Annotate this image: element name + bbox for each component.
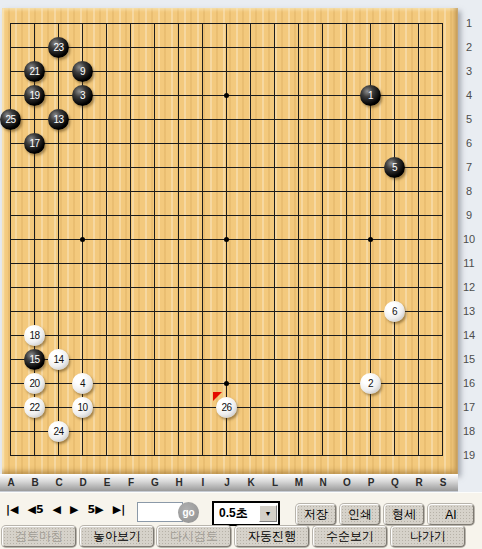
board-intersection-E4[interactable] xyxy=(95,84,119,108)
board-intersection-S7[interactable] xyxy=(431,156,455,180)
board-intersection-N19[interactable] xyxy=(311,444,335,468)
board-intersection-C3[interactable] xyxy=(47,60,71,84)
board-intersection-M12[interactable] xyxy=(287,276,311,300)
board-intersection-S8[interactable] xyxy=(431,180,455,204)
board-intersection-N12[interactable] xyxy=(311,276,335,300)
try-moves-button[interactable]: 놓아보기 xyxy=(80,526,154,547)
nav-forward-1-button[interactable]: ▶ xyxy=(70,504,78,516)
board-intersection-Q14[interactable] xyxy=(383,324,407,348)
board-intersection-L6[interactable] xyxy=(263,132,287,156)
board-intersection-C9[interactable] xyxy=(47,204,71,228)
board-intersection-J1[interactable] xyxy=(215,12,239,36)
board-intersection-Q6[interactable] xyxy=(383,132,407,156)
board-intersection-R7[interactable] xyxy=(407,156,431,180)
board-intersection-J3[interactable] xyxy=(215,60,239,84)
board-intersection-B5[interactable] xyxy=(23,108,47,132)
board-intersection-R6[interactable] xyxy=(407,132,431,156)
board-intersection-J19[interactable] xyxy=(215,444,239,468)
board-intersection-O13[interactable] xyxy=(335,300,359,324)
exit-button[interactable]: 나가기 xyxy=(391,526,465,547)
board-intersection-L14[interactable] xyxy=(263,324,287,348)
board-intersection-A10[interactable] xyxy=(0,228,23,252)
board-intersection-K6[interactable] xyxy=(239,132,263,156)
board-intersection-C1[interactable] xyxy=(47,12,71,36)
board-intersection-M19[interactable] xyxy=(287,444,311,468)
board-intersection-J10[interactable] xyxy=(215,228,239,252)
board-intersection-O17[interactable] xyxy=(335,396,359,420)
board-intersection-J5[interactable] xyxy=(215,108,239,132)
board-intersection-M18[interactable] xyxy=(287,420,311,444)
board-intersection-O8[interactable] xyxy=(335,180,359,204)
board-intersection-B18[interactable] xyxy=(23,420,47,444)
board-intersection-J14[interactable] xyxy=(215,324,239,348)
board-intersection-S12[interactable] xyxy=(431,276,455,300)
board-intersection-Q1[interactable] xyxy=(383,12,407,36)
board-intersection-K15[interactable] xyxy=(239,348,263,372)
board-intersection-I18[interactable] xyxy=(191,420,215,444)
board-intersection-G17[interactable] xyxy=(143,396,167,420)
board-intersection-J6[interactable] xyxy=(215,132,239,156)
board-intersection-E12[interactable] xyxy=(95,276,119,300)
board-intersection-H18[interactable] xyxy=(167,420,191,444)
board-intersection-R12[interactable] xyxy=(407,276,431,300)
board-intersection-O9[interactable] xyxy=(335,204,359,228)
board-intersection-F7[interactable] xyxy=(119,156,143,180)
board-intersection-Q4[interactable] xyxy=(383,84,407,108)
ai-button[interactable]: AI xyxy=(428,504,474,525)
board-intersection-C19[interactable] xyxy=(47,444,71,468)
board-intersection-D7[interactable] xyxy=(71,156,95,180)
board-intersection-G1[interactable] xyxy=(143,12,167,36)
board-intersection-M6[interactable] xyxy=(287,132,311,156)
board-intersection-I7[interactable] xyxy=(191,156,215,180)
board-intersection-R4[interactable] xyxy=(407,84,431,108)
board-intersection-C4[interactable] xyxy=(47,84,71,108)
board-intersection-A16[interactable] xyxy=(0,372,23,396)
board-intersection-J11[interactable] xyxy=(215,252,239,276)
board-intersection-S4[interactable] xyxy=(431,84,455,108)
board-intersection-E5[interactable] xyxy=(95,108,119,132)
board-intersection-C15[interactable]: 14 xyxy=(47,348,71,372)
board-intersection-C12[interactable] xyxy=(47,276,71,300)
board-intersection-K18[interactable] xyxy=(239,420,263,444)
board-intersection-P2[interactable] xyxy=(359,36,383,60)
board-intersection-K11[interactable] xyxy=(239,252,263,276)
board-intersection-M10[interactable] xyxy=(287,228,311,252)
board-intersection-N5[interactable] xyxy=(311,108,335,132)
board-intersection-P9[interactable] xyxy=(359,204,383,228)
board-intersection-P16[interactable]: 2 xyxy=(359,372,383,396)
board-intersection-Q9[interactable] xyxy=(383,204,407,228)
board-intersection-B7[interactable] xyxy=(23,156,47,180)
board-intersection-J13[interactable] xyxy=(215,300,239,324)
board-intersection-J18[interactable] xyxy=(215,420,239,444)
board-intersection-D18[interactable] xyxy=(71,420,95,444)
board-intersection-C2[interactable]: 23 xyxy=(47,36,71,60)
board-intersection-O12[interactable] xyxy=(335,276,359,300)
board-intersection-L8[interactable] xyxy=(263,180,287,204)
board-intersection-H16[interactable] xyxy=(167,372,191,396)
board-intersection-A13[interactable] xyxy=(0,300,23,324)
board-intersection-C18[interactable]: 24 xyxy=(47,420,71,444)
board-intersection-O15[interactable] xyxy=(335,348,359,372)
board-intersection-G8[interactable] xyxy=(143,180,167,204)
board-intersection-E2[interactable] xyxy=(95,36,119,60)
board-intersection-N1[interactable] xyxy=(311,12,335,36)
board-intersection-S11[interactable] xyxy=(431,252,455,276)
board-intersection-I15[interactable] xyxy=(191,348,215,372)
board-intersection-G3[interactable] xyxy=(143,60,167,84)
board-intersection-I4[interactable] xyxy=(191,84,215,108)
board-intersection-B2[interactable] xyxy=(23,36,47,60)
board-intersection-A19[interactable] xyxy=(0,444,23,468)
board-intersection-B12[interactable] xyxy=(23,276,47,300)
board-intersection-Q11[interactable] xyxy=(383,252,407,276)
board-intersection-M14[interactable] xyxy=(287,324,311,348)
move-number-input[interactable] xyxy=(137,502,183,522)
board-intersection-B8[interactable] xyxy=(23,180,47,204)
board-intersection-C14[interactable] xyxy=(47,324,71,348)
board-intersection-M9[interactable] xyxy=(287,204,311,228)
board-intersection-D5[interactable] xyxy=(71,108,95,132)
board-intersection-K10[interactable] xyxy=(239,228,263,252)
board-intersection-I19[interactable] xyxy=(191,444,215,468)
board-intersection-F5[interactable] xyxy=(119,108,143,132)
board-intersection-K7[interactable] xyxy=(239,156,263,180)
board-intersection-K12[interactable] xyxy=(239,276,263,300)
board-intersection-R10[interactable] xyxy=(407,228,431,252)
board-intersection-D17[interactable]: 10 xyxy=(71,396,95,420)
board-intersection-P12[interactable] xyxy=(359,276,383,300)
board-intersection-O18[interactable] xyxy=(335,420,359,444)
board-intersection-C13[interactable] xyxy=(47,300,71,324)
board-intersection-N15[interactable] xyxy=(311,348,335,372)
board-intersection-N11[interactable] xyxy=(311,252,335,276)
board-intersection-H19[interactable] xyxy=(167,444,191,468)
board-intersection-R5[interactable] xyxy=(407,108,431,132)
board-intersection-H6[interactable] xyxy=(167,132,191,156)
board-intersection-C11[interactable] xyxy=(47,252,71,276)
board-intersection-A5[interactable]: 25 xyxy=(0,108,23,132)
board-intersection-H2[interactable] xyxy=(167,36,191,60)
board-intersection-B17[interactable]: 22 xyxy=(23,396,47,420)
board-intersection-P10[interactable] xyxy=(359,228,383,252)
board-intersection-O6[interactable] xyxy=(335,132,359,156)
board-intersection-C10[interactable] xyxy=(47,228,71,252)
board-intersection-E15[interactable] xyxy=(95,348,119,372)
board-intersection-G12[interactable] xyxy=(143,276,167,300)
board-intersection-H9[interactable] xyxy=(167,204,191,228)
board-intersection-I5[interactable] xyxy=(191,108,215,132)
board-intersection-S14[interactable] xyxy=(431,324,455,348)
board-intersection-I3[interactable] xyxy=(191,60,215,84)
board-intersection-Q13[interactable]: 6 xyxy=(383,300,407,324)
board-intersection-G16[interactable] xyxy=(143,372,167,396)
board-intersection-Q16[interactable] xyxy=(383,372,407,396)
board-intersection-L5[interactable] xyxy=(263,108,287,132)
board-intersection-N6[interactable] xyxy=(311,132,335,156)
board-intersection-F12[interactable] xyxy=(119,276,143,300)
board-intersection-E1[interactable] xyxy=(95,12,119,36)
board-intersection-A4[interactable] xyxy=(0,84,23,108)
board-intersection-N3[interactable] xyxy=(311,60,335,84)
board-intersection-K4[interactable] xyxy=(239,84,263,108)
board-intersection-R13[interactable] xyxy=(407,300,431,324)
board-intersection-E11[interactable] xyxy=(95,252,119,276)
board-intersection-D6[interactable] xyxy=(71,132,95,156)
board-intersection-H11[interactable] xyxy=(167,252,191,276)
board-intersection-A8[interactable] xyxy=(0,180,23,204)
board-intersection-F10[interactable] xyxy=(119,228,143,252)
board-intersection-L19[interactable] xyxy=(263,444,287,468)
board-intersection-A18[interactable] xyxy=(0,420,23,444)
board-intersection-J9[interactable] xyxy=(215,204,239,228)
board-intersection-L15[interactable] xyxy=(263,348,287,372)
board-intersection-I11[interactable] xyxy=(191,252,215,276)
board-intersection-E14[interactable] xyxy=(95,324,119,348)
board-intersection-J17[interactable]: 26 xyxy=(215,396,239,420)
board-intersection-L7[interactable] xyxy=(263,156,287,180)
board-intersection-I14[interactable] xyxy=(191,324,215,348)
board-intersection-N16[interactable] xyxy=(311,372,335,396)
board-intersection-B13[interactable] xyxy=(23,300,47,324)
board-intersection-L11[interactable] xyxy=(263,252,287,276)
board-intersection-H1[interactable] xyxy=(167,12,191,36)
board-intersection-O19[interactable] xyxy=(335,444,359,468)
board-intersection-H14[interactable] xyxy=(167,324,191,348)
board-intersection-D19[interactable] xyxy=(71,444,95,468)
board-intersection-P14[interactable] xyxy=(359,324,383,348)
board-intersection-P6[interactable] xyxy=(359,132,383,156)
board-intersection-P3[interactable] xyxy=(359,60,383,84)
board-intersection-S2[interactable] xyxy=(431,36,455,60)
board-intersection-R18[interactable] xyxy=(407,420,431,444)
board-intersection-G13[interactable] xyxy=(143,300,167,324)
board-intersection-O10[interactable] xyxy=(335,228,359,252)
board-intersection-I9[interactable] xyxy=(191,204,215,228)
board-intersection-E6[interactable] xyxy=(95,132,119,156)
board-intersection-F9[interactable] xyxy=(119,204,143,228)
board-intersection-I10[interactable] xyxy=(191,228,215,252)
board-intersection-R9[interactable] xyxy=(407,204,431,228)
board-intersection-L17[interactable] xyxy=(263,396,287,420)
board-intersection-O3[interactable] xyxy=(335,60,359,84)
board-intersection-D8[interactable] xyxy=(71,180,95,204)
end-review-button[interactable]: 검토마침 xyxy=(2,526,76,547)
board-intersection-K3[interactable] xyxy=(239,60,263,84)
board-intersection-M1[interactable] xyxy=(287,12,311,36)
board-intersection-D11[interactable] xyxy=(71,252,95,276)
board-intersection-Q7[interactable]: 5 xyxy=(383,156,407,180)
board-intersection-I12[interactable] xyxy=(191,276,215,300)
board-intersection-N17[interactable] xyxy=(311,396,335,420)
speed-select[interactable]: 0.5초 ▼ xyxy=(212,501,280,526)
board-intersection-E10[interactable] xyxy=(95,228,119,252)
board-intersection-E17[interactable] xyxy=(95,396,119,420)
board-intersection-I1[interactable] xyxy=(191,12,215,36)
board-intersection-B11[interactable] xyxy=(23,252,47,276)
board-intersection-S16[interactable] xyxy=(431,372,455,396)
board-intersection-D1[interactable] xyxy=(71,12,95,36)
board-intersection-B1[interactable] xyxy=(23,12,47,36)
board-intersection-J4[interactable] xyxy=(215,84,239,108)
board-intersection-E13[interactable] xyxy=(95,300,119,324)
board-intersection-G6[interactable] xyxy=(143,132,167,156)
board-intersection-N2[interactable] xyxy=(311,36,335,60)
board-intersection-P17[interactable] xyxy=(359,396,383,420)
board-intersection-G19[interactable] xyxy=(143,444,167,468)
board-intersection-J12[interactable] xyxy=(215,276,239,300)
board-intersection-A14[interactable] xyxy=(0,324,23,348)
board-intersection-R2[interactable] xyxy=(407,36,431,60)
board-intersection-F19[interactable] xyxy=(119,444,143,468)
nav-last-move-button[interactable]: ▶| xyxy=(113,504,125,516)
board-intersection-S18[interactable] xyxy=(431,420,455,444)
board-intersection-O2[interactable] xyxy=(335,36,359,60)
board-intersection-C16[interactable] xyxy=(47,372,71,396)
board-intersection-S5[interactable] xyxy=(431,108,455,132)
board-intersection-Q19[interactable] xyxy=(383,444,407,468)
board-intersection-F18[interactable] xyxy=(119,420,143,444)
board-intersection-N8[interactable] xyxy=(311,180,335,204)
board-intersection-P8[interactable] xyxy=(359,180,383,204)
board-intersection-P18[interactable] xyxy=(359,420,383,444)
board-intersection-K9[interactable] xyxy=(239,204,263,228)
board-intersection-A9[interactable] xyxy=(0,204,23,228)
board-intersection-H3[interactable] xyxy=(167,60,191,84)
board-intersection-B16[interactable]: 20 xyxy=(23,372,47,396)
board-intersection-L13[interactable] xyxy=(263,300,287,324)
board-intersection-G15[interactable] xyxy=(143,348,167,372)
board-intersection-H8[interactable] xyxy=(167,180,191,204)
board-intersection-J7[interactable] xyxy=(215,156,239,180)
board-intersection-R16[interactable] xyxy=(407,372,431,396)
board-intersection-I13[interactable] xyxy=(191,300,215,324)
board-intersection-L2[interactable] xyxy=(263,36,287,60)
board-intersection-O16[interactable] xyxy=(335,372,359,396)
board-intersection-N18[interactable] xyxy=(311,420,335,444)
board-intersection-B4[interactable]: 19 xyxy=(23,84,47,108)
board-intersection-G11[interactable] xyxy=(143,252,167,276)
board-intersection-F16[interactable] xyxy=(119,372,143,396)
board-intersection-Q5[interactable] xyxy=(383,108,407,132)
board-intersection-M5[interactable] xyxy=(287,108,311,132)
board-intersection-M3[interactable] xyxy=(287,60,311,84)
board-intersection-B14[interactable]: 18 xyxy=(23,324,47,348)
board-intersection-S10[interactable] xyxy=(431,228,455,252)
board-intersection-E19[interactable] xyxy=(95,444,119,468)
board-intersection-H4[interactable] xyxy=(167,84,191,108)
board-intersection-H5[interactable] xyxy=(167,108,191,132)
board-intersection-R3[interactable] xyxy=(407,60,431,84)
board-intersection-P1[interactable] xyxy=(359,12,383,36)
board-intersection-E9[interactable] xyxy=(95,204,119,228)
board-intersection-S13[interactable] xyxy=(431,300,455,324)
board-intersection-D16[interactable]: 4 xyxy=(71,372,95,396)
board-intersection-D10[interactable] xyxy=(71,228,95,252)
board-intersection-L12[interactable] xyxy=(263,276,287,300)
print-button[interactable]: 인쇄 xyxy=(340,504,380,525)
board-intersection-D2[interactable] xyxy=(71,36,95,60)
board-intersection-G7[interactable] xyxy=(143,156,167,180)
board-intersection-H13[interactable] xyxy=(167,300,191,324)
board-intersection-M2[interactable] xyxy=(287,36,311,60)
board-intersection-J8[interactable] xyxy=(215,180,239,204)
board-intersection-L9[interactable] xyxy=(263,204,287,228)
board-intersection-L10[interactable] xyxy=(263,228,287,252)
board-intersection-M7[interactable] xyxy=(287,156,311,180)
board-intersection-P4[interactable]: 1 xyxy=(359,84,383,108)
board-intersection-O7[interactable] xyxy=(335,156,359,180)
board-intersection-H15[interactable] xyxy=(167,348,191,372)
board-intersection-G10[interactable] xyxy=(143,228,167,252)
board-intersection-C5[interactable]: 13 xyxy=(47,108,71,132)
board-intersection-D4[interactable]: 3 xyxy=(71,84,95,108)
board-intersection-G5[interactable] xyxy=(143,108,167,132)
board-intersection-R11[interactable] xyxy=(407,252,431,276)
board-intersection-M11[interactable] xyxy=(287,252,311,276)
board-intersection-D3[interactable]: 9 xyxy=(71,60,95,84)
board-intersection-F17[interactable] xyxy=(119,396,143,420)
board-intersection-P13[interactable] xyxy=(359,300,383,324)
board-intersection-Q8[interactable] xyxy=(383,180,407,204)
board-intersection-A11[interactable] xyxy=(0,252,23,276)
board-intersection-B19[interactable] xyxy=(23,444,47,468)
board-intersection-A15[interactable] xyxy=(0,348,23,372)
board-intersection-Q18[interactable] xyxy=(383,420,407,444)
board-intersection-K1[interactable] xyxy=(239,12,263,36)
board-intersection-H7[interactable] xyxy=(167,156,191,180)
board-intersection-M4[interactable] xyxy=(287,84,311,108)
board-intersection-I17[interactable] xyxy=(191,396,215,420)
board-intersection-B10[interactable] xyxy=(23,228,47,252)
board-intersection-E18[interactable] xyxy=(95,420,119,444)
go-button[interactable]: go xyxy=(178,502,199,523)
board-intersection-M17[interactable] xyxy=(287,396,311,420)
board-intersection-K8[interactable] xyxy=(239,180,263,204)
nav-back-1-button[interactable]: ◀ xyxy=(53,504,61,516)
board-intersection-J2[interactable] xyxy=(215,36,239,60)
board-intersection-R19[interactable] xyxy=(407,444,431,468)
board-intersection-G4[interactable] xyxy=(143,84,167,108)
board-intersection-S19[interactable] xyxy=(431,444,455,468)
board-intersection-I8[interactable] xyxy=(191,180,215,204)
board-intersection-P7[interactable] xyxy=(359,156,383,180)
board-intersection-Q15[interactable] xyxy=(383,348,407,372)
board-intersection-C7[interactable] xyxy=(47,156,71,180)
board-intersection-P15[interactable] xyxy=(359,348,383,372)
board-intersection-Q12[interactable] xyxy=(383,276,407,300)
board-intersection-L16[interactable] xyxy=(263,372,287,396)
board-intersection-O4[interactable] xyxy=(335,84,359,108)
board-intersection-G14[interactable] xyxy=(143,324,167,348)
board-intersection-N4[interactable] xyxy=(311,84,335,108)
board-intersection-B15[interactable]: 15 xyxy=(23,348,47,372)
board-intersection-O1[interactable] xyxy=(335,12,359,36)
board-intersection-Q3[interactable] xyxy=(383,60,407,84)
nav-first-move-button[interactable]: |◀ xyxy=(6,504,18,516)
board-intersection-K17[interactable] xyxy=(239,396,263,420)
board-intersection-H17[interactable] xyxy=(167,396,191,420)
board-intersection-F13[interactable] xyxy=(119,300,143,324)
board-intersection-D15[interactable] xyxy=(71,348,95,372)
board-intersection-Q17[interactable] xyxy=(383,396,407,420)
board-intersection-R1[interactable] xyxy=(407,12,431,36)
save-button[interactable]: 저장 xyxy=(296,504,336,525)
board-intersection-F4[interactable] xyxy=(119,84,143,108)
board-intersection-N7[interactable] xyxy=(311,156,335,180)
board-intersection-R8[interactable] xyxy=(407,180,431,204)
